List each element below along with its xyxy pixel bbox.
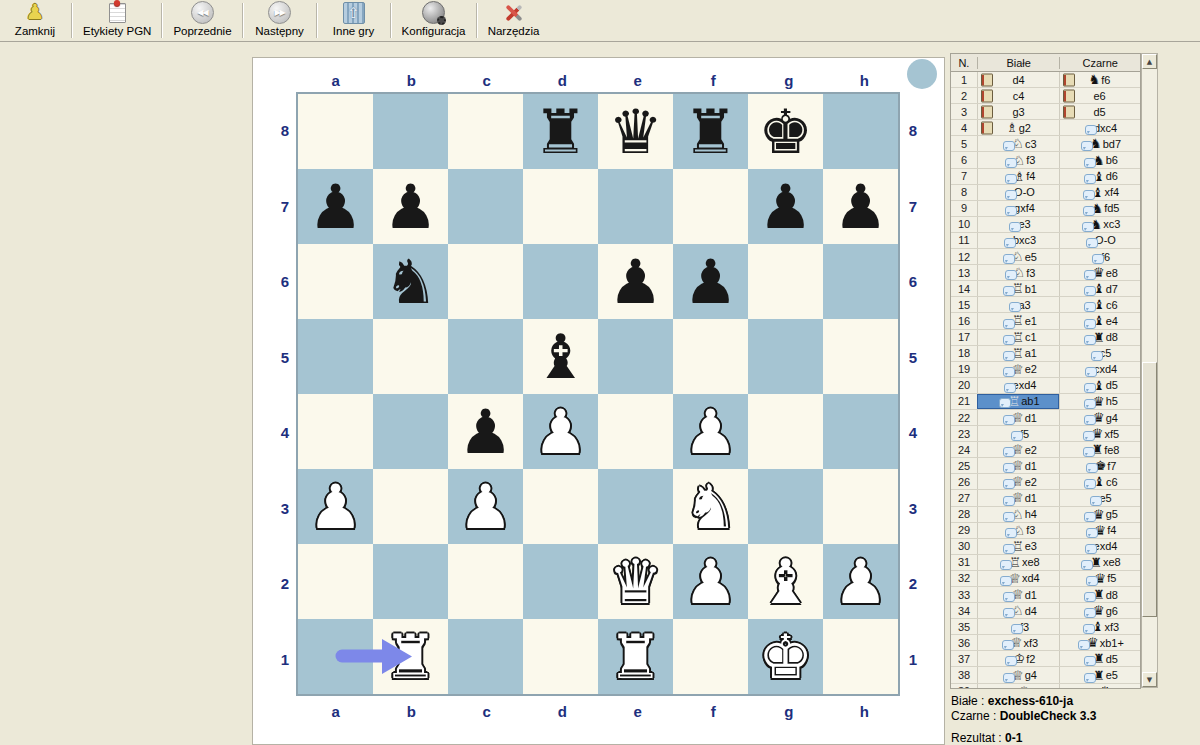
black-move-cell-3[interactable]: d5 xyxy=(1059,104,1139,119)
black-move-cell-25[interactable]: ♚f7 xyxy=(1059,458,1139,473)
next-button[interactable]: ▶▶ Następny xyxy=(245,0,315,41)
comment-bubble-icon[interactable] xyxy=(1084,415,1096,425)
white-move-cell-35[interactable]: f3 xyxy=(977,619,1059,634)
comment-bubble-icon[interactable] xyxy=(1003,415,1015,425)
square-h4[interactable] xyxy=(823,394,898,469)
white-move-cell-12[interactable]: ♘e5 xyxy=(977,249,1059,264)
move-text: g3 xyxy=(1012,106,1024,118)
square-g8[interactable]: ♚ xyxy=(748,94,823,169)
opening-book-icon[interactable] xyxy=(981,89,993,102)
opening-book-icon[interactable] xyxy=(981,73,993,86)
move-number: 16 xyxy=(951,313,977,328)
comment-bubble-icon[interactable] xyxy=(1084,399,1096,409)
comment-bubble-icon[interactable] xyxy=(1086,463,1098,473)
white-move-cell-14[interactable]: ♖b1 xyxy=(977,281,1059,296)
black-move-cell-10[interactable]: ♞xc3 xyxy=(1059,217,1139,232)
comment-bubble-icon[interactable] xyxy=(1083,190,1095,200)
piece-black-pawn: ♟ xyxy=(683,244,738,319)
comment-bubble-icon[interactable] xyxy=(1003,512,1015,522)
comment-bubble-icon[interactable] xyxy=(1003,673,1015,683)
square-b8[interactable] xyxy=(373,94,448,169)
square-h1[interactable] xyxy=(823,619,898,694)
comment-bubble-icon[interactable] xyxy=(1005,206,1017,216)
toolbar: ♟ Zamknij Etykiety PGN ◀◀ Poprzednie ▶▶ … xyxy=(0,0,1200,42)
black-move-cell-24[interactable]: ♜fe8 xyxy=(1059,442,1139,457)
black-move-cell-8[interactable]: ♝xf4 xyxy=(1059,185,1139,200)
move-text: g6 xyxy=(1106,605,1118,617)
black-move-cell-36[interactable]: ♛xb1+ xyxy=(1059,635,1139,650)
move-number: 35 xyxy=(951,619,977,634)
white-move-cell-39[interactable]: ♕ xyxy=(977,684,1059,689)
comment-bubble-icon[interactable] xyxy=(1090,496,1102,506)
square-e7[interactable] xyxy=(598,169,673,244)
comment-bubble-icon[interactable] xyxy=(1003,335,1015,345)
white-move-cell-17[interactable]: ♖c1 xyxy=(977,330,1059,345)
white-move-cell-34[interactable]: ♘d4 xyxy=(977,603,1059,618)
comment-bubble-icon[interactable] xyxy=(1003,351,1015,361)
square-f3[interactable]: ♞ xyxy=(673,469,748,544)
white-move-cell-20[interactable]: exd4 xyxy=(977,378,1059,393)
square-f6[interactable]: ♟ xyxy=(673,244,748,319)
coord-label-g: g xyxy=(751,72,827,90)
black-move-cell-38[interactable]: ♜e5 xyxy=(1059,667,1139,682)
square-c5[interactable] xyxy=(448,319,523,394)
piece-white-pawn: ♟ xyxy=(308,469,363,544)
comment-bubble-icon[interactable] xyxy=(1085,544,1097,554)
comment-bubble-icon[interactable] xyxy=(1004,383,1016,393)
square-d4[interactable]: ♟ xyxy=(523,394,598,469)
comment-bubble-icon[interactable] xyxy=(1085,125,1097,135)
piece-black-queen: ♛ xyxy=(608,94,663,169)
opening-book-icon[interactable] xyxy=(981,121,993,134)
comment-bubble-icon[interactable] xyxy=(1004,238,1016,248)
comment-bubble-icon[interactable] xyxy=(1005,528,1017,538)
comment-bubble-icon[interactable] xyxy=(1009,222,1021,232)
white-move-cell-37[interactable]: ♔f2 xyxy=(977,651,1059,666)
square-g6[interactable] xyxy=(748,244,823,319)
comment-bubble-icon[interactable] xyxy=(1002,640,1014,650)
coord-label-5: 5 xyxy=(905,320,921,396)
white-move-cell-29[interactable]: ♘f3 xyxy=(977,523,1059,538)
move-list: N. Białe Czarne 1d4♞f62c4e63g3d54♗g2dxc4… xyxy=(950,53,1141,689)
black-move-cell-37[interactable]: ♜d5 xyxy=(1059,651,1139,666)
coord-label-1: 1 xyxy=(905,622,921,698)
close-button-label: Zamknij xyxy=(15,25,55,37)
move-list-scrollbar[interactable]: ▲ ▼ xyxy=(1141,53,1158,688)
configuration-button[interactable]: Konfiguracja xyxy=(393,0,475,41)
comment-bubble-icon[interactable] xyxy=(1084,383,1096,393)
square-h5[interactable] xyxy=(823,319,898,394)
square-c4[interactable]: ♟ xyxy=(448,394,523,469)
square-g4[interactable] xyxy=(748,394,823,469)
square-g2[interactable]: ♝ xyxy=(748,544,823,619)
white-move-cell-5[interactable]: ♘c3 xyxy=(977,136,1059,151)
piece-white-pawn: ♟ xyxy=(458,469,513,544)
black-move-cell-12[interactable]: f6 xyxy=(1059,249,1139,264)
square-h3[interactable] xyxy=(823,469,898,544)
black-move-cell-39[interactable]: ♛ xyxy=(1059,684,1139,689)
move-number: 1 xyxy=(951,72,977,87)
close-pawn-icon: ♟ xyxy=(22,1,48,24)
square-d3[interactable] xyxy=(523,469,598,544)
previous-button[interactable]: ◀◀ Poprzednie xyxy=(164,0,240,41)
move-row-4: 4♗g2dxc4 xyxy=(951,120,1140,136)
square-e2[interactable]: ♛ xyxy=(598,544,673,619)
comment-bubble-icon[interactable] xyxy=(1078,640,1090,650)
square-b4[interactable] xyxy=(373,394,448,469)
comment-bubble-icon[interactable] xyxy=(1083,447,1095,457)
black-player-line: Czarne : DoubleCheck 3.3 xyxy=(951,709,1096,724)
square-c2[interactable] xyxy=(448,544,523,619)
square-b2[interactable] xyxy=(373,544,448,619)
square-d8[interactable]: ♜ xyxy=(523,94,598,169)
white-move-cell-28[interactable]: ♘h4 xyxy=(977,507,1059,522)
white-move-cell-15[interactable]: a3 xyxy=(977,297,1059,312)
comment-bubble-icon[interactable] xyxy=(1091,351,1103,361)
white-move-cell-25[interactable]: ♕d1 xyxy=(977,458,1059,473)
white-player-name: exchess-610-ja xyxy=(988,694,1073,708)
white-move-cell-16[interactable]: ♖e1 xyxy=(977,313,1059,328)
square-f8[interactable]: ♜ xyxy=(673,94,748,169)
square-f1[interactable] xyxy=(673,619,748,694)
move-row-38: 38♕g4♜e5 xyxy=(951,667,1140,683)
square-a3[interactable]: ♟ xyxy=(298,469,373,544)
comment-bubble-icon[interactable] xyxy=(1011,624,1023,634)
square-d1[interactable] xyxy=(523,619,598,694)
comment-bubble-icon[interactable] xyxy=(1086,528,1098,538)
square-h6[interactable] xyxy=(823,244,898,319)
move-row-2: 2c4e6 xyxy=(951,88,1140,104)
move-row-32: 32♕xd4♛f5 xyxy=(951,571,1140,587)
square-a5[interactable] xyxy=(298,319,373,394)
square-b5[interactable] xyxy=(373,319,448,394)
comment-bubble-icon[interactable] xyxy=(1081,141,1093,151)
comment-bubble-icon[interactable] xyxy=(1003,479,1015,489)
comment-bubble-icon[interactable] xyxy=(1084,512,1096,522)
square-c8[interactable] xyxy=(448,94,523,169)
coord-label-7: 7 xyxy=(905,169,921,245)
black-move-cell-20[interactable]: ♝d5 xyxy=(1059,378,1139,393)
square-f4[interactable]: ♟ xyxy=(673,394,748,469)
move-number: 20 xyxy=(951,378,977,393)
comment-bubble-icon[interactable] xyxy=(1005,158,1017,168)
comment-bubble-icon[interactable] xyxy=(1084,335,1096,345)
comment-bubble-icon[interactable] xyxy=(1084,656,1096,666)
comment-bubble-icon[interactable] xyxy=(999,398,1011,408)
comment-bubble-icon[interactable] xyxy=(1084,479,1096,489)
black-move-cell-9[interactable]: ♞fd5 xyxy=(1059,201,1139,216)
square-b7[interactable]: ♟ xyxy=(373,169,448,244)
comment-bubble-icon[interactable] xyxy=(1003,141,1015,151)
opening-book-icon[interactable] xyxy=(981,105,993,118)
coord-label-4: 4 xyxy=(905,395,921,471)
coord-label-2: 2 xyxy=(277,546,293,622)
comment-bubble-icon[interactable] xyxy=(1086,576,1098,586)
comment-bubble-icon[interactable] xyxy=(1003,463,1015,473)
white-move-cell-7[interactable]: ♗f4 xyxy=(977,169,1059,184)
piece-black-pawn: ♟ xyxy=(833,169,888,244)
comment-bubble-icon[interactable] xyxy=(1083,206,1095,216)
move-text: dxc4 xyxy=(1094,122,1117,134)
comment-bubble-icon[interactable] xyxy=(1003,367,1015,377)
black-move-cell-28[interactable]: ♛g5 xyxy=(1059,507,1139,522)
move-text: f3 xyxy=(1026,524,1035,536)
square-b3[interactable] xyxy=(373,469,448,544)
square-a8[interactable] xyxy=(298,94,373,169)
comment-bubble-icon[interactable] xyxy=(1005,270,1017,280)
black-move-cell-26[interactable]: ♝c6 xyxy=(1059,474,1139,489)
black-move-cell-15[interactable]: ♝c6 xyxy=(1059,297,1139,312)
comment-bubble-icon[interactable] xyxy=(1085,367,1097,377)
black-move-cell-7[interactable]: ♝d6 xyxy=(1059,169,1139,184)
square-b1[interactable]: ♜ xyxy=(373,619,448,694)
tools-button-label: Narzędzia xyxy=(488,25,540,37)
comment-bubble-icon[interactable] xyxy=(1084,592,1096,602)
scrollbar-thumb[interactable] xyxy=(1142,362,1157,617)
comment-bubble-icon[interactable] xyxy=(1003,592,1015,602)
piece-white-bishop: ♝ xyxy=(758,544,813,619)
white-move-cell-21[interactable]: ♖ab1 xyxy=(977,394,1059,409)
square-a2[interactable] xyxy=(298,544,373,619)
white-move-cell-27[interactable]: ♕d1 xyxy=(977,490,1059,505)
coord-label-c: c xyxy=(449,72,525,90)
white-move-cell-10[interactable]: e3 xyxy=(977,217,1059,232)
comment-bubble-icon[interactable] xyxy=(1005,190,1017,200)
black-move-cell-6[interactable]: ♞b6 xyxy=(1059,152,1139,167)
square-h2[interactable]: ♟ xyxy=(823,544,898,619)
white-move-cell-30[interactable]: ♖e3 xyxy=(977,539,1059,554)
comment-bubble-icon[interactable] xyxy=(1003,447,1015,457)
piece-black-rook: ♜ xyxy=(683,94,738,169)
comment-bubble-icon[interactable] xyxy=(1086,238,1098,248)
white-move-cell-23[interactable]: f5 xyxy=(977,426,1059,441)
square-d5[interactable]: ♝ xyxy=(523,319,598,394)
move-text: O-O xyxy=(1095,234,1116,246)
white-move-cell-1[interactable]: d4 xyxy=(977,72,1059,87)
move-row-24: 24♕e2♜fe8 xyxy=(951,442,1140,458)
pgn-tags-button[interactable]: Etykiety PGN xyxy=(74,0,160,41)
piece-black-pawn: ♟ xyxy=(758,169,813,244)
black-move-cell-23[interactable]: ♛xf5 xyxy=(1059,426,1139,441)
black-move-cell-30[interactable]: exd4 xyxy=(1059,539,1139,554)
square-a1[interactable] xyxy=(298,619,373,694)
square-c3[interactable]: ♟ xyxy=(448,469,523,544)
comment-bubble-icon[interactable] xyxy=(1084,319,1096,329)
black-move-cell-33[interactable]: ♜d8 xyxy=(1059,587,1139,602)
comment-bubble-icon[interactable] xyxy=(1082,222,1094,232)
move-text: f5 xyxy=(1107,572,1116,584)
piece-black-rook: ♜ xyxy=(533,94,588,169)
move-number: 34 xyxy=(951,603,977,618)
comment-bubble-icon[interactable] xyxy=(1084,286,1096,296)
square-g5[interactable] xyxy=(748,319,823,394)
comment-bubble-icon[interactable] xyxy=(1092,254,1104,264)
black-move-cell-16[interactable]: ♝e4 xyxy=(1059,313,1139,328)
black-move-cell-32[interactable]: ♛f5 xyxy=(1059,571,1139,586)
white-move-cell-22[interactable]: ♕d1 xyxy=(977,410,1059,425)
white-move-cell-2[interactable]: c4 xyxy=(977,88,1059,103)
move-text: h4 xyxy=(1025,508,1037,520)
square-a7[interactable]: ♟ xyxy=(298,169,373,244)
scroll-down-button[interactable]: ▼ xyxy=(1142,672,1157,687)
white-player-label: Białe : xyxy=(951,694,984,708)
square-d2[interactable] xyxy=(523,544,598,619)
move-row-30: 30♖e3exd4 xyxy=(951,539,1140,555)
square-e3[interactable] xyxy=(598,469,673,544)
coord-label-3: 3 xyxy=(905,471,921,547)
comment-bubble-icon[interactable] xyxy=(1083,431,1095,441)
square-a4[interactable] xyxy=(298,394,373,469)
white-move-cell-8[interactable]: O-O xyxy=(977,185,1059,200)
comment-bubble-icon[interactable] xyxy=(1084,673,1096,683)
comment-bubble-icon[interactable] xyxy=(1003,544,1015,554)
comment-bubble-icon[interactable] xyxy=(1000,560,1012,570)
comment-bubble-icon[interactable] xyxy=(1084,158,1096,168)
comment-bubble-icon[interactable] xyxy=(1003,254,1015,264)
comment-bubble-icon[interactable] xyxy=(1084,608,1096,618)
black-move-cell-5[interactable]: ♞bd7 xyxy=(1059,136,1139,151)
move-number: 18 xyxy=(951,346,977,361)
comment-bubble-icon[interactable] xyxy=(1084,174,1096,184)
square-c6[interactable] xyxy=(448,244,523,319)
black-move-cell-35[interactable]: ♝xf3 xyxy=(1059,619,1139,634)
coord-label-3: 3 xyxy=(277,471,293,547)
comment-bubble-icon[interactable] xyxy=(1000,576,1012,586)
white-move-cell-38[interactable]: ♕g4 xyxy=(977,667,1059,682)
square-b6[interactable]: ♞ xyxy=(373,244,448,319)
comment-bubble-icon[interactable] xyxy=(1003,286,1015,296)
move-text: xe8 xyxy=(1022,556,1040,568)
white-move-cell-3[interactable]: g3 xyxy=(977,104,1059,119)
move-number: 4 xyxy=(951,120,977,135)
square-f2[interactable]: ♟ xyxy=(673,544,748,619)
move-number: 7 xyxy=(951,169,977,184)
comment-bubble-icon[interactable] xyxy=(1003,496,1015,506)
move-text: d8 xyxy=(1106,589,1118,601)
file-labels-top: abcdefgh xyxy=(298,72,902,90)
opening-book-icon[interactable] xyxy=(1063,73,1075,86)
scroll-up-button[interactable]: ▲ xyxy=(1142,54,1157,69)
comment-bubble-icon[interactable] xyxy=(1011,431,1023,441)
white-move-cell-19[interactable]: ♕e2 xyxy=(977,362,1059,377)
white-move-cell-32[interactable]: ♕xd4 xyxy=(977,571,1059,586)
square-e8[interactable]: ♛ xyxy=(598,94,673,169)
move-text: f3 xyxy=(1026,154,1035,166)
comment-bubble-icon[interactable] xyxy=(1003,319,1015,329)
black-move-cell-19[interactable]: cxd4 xyxy=(1059,362,1139,377)
comment-bubble-icon[interactable] xyxy=(1084,270,1096,280)
white-move-cell-13[interactable]: ♘f3 xyxy=(977,265,1059,280)
white-move-cell-4[interactable]: ♗g2 xyxy=(977,120,1059,135)
comment-bubble-icon[interactable] xyxy=(1081,560,1093,570)
black-move-cell-18[interactable]: c5 xyxy=(1059,346,1139,361)
black-move-cell-22[interactable]: ♛g4 xyxy=(1059,410,1139,425)
piece-white-pawn: ♟ xyxy=(833,544,888,619)
square-g3[interactable] xyxy=(748,469,823,544)
white-move-cell-36[interactable]: ♕xf3 xyxy=(977,635,1059,650)
move-text: xf5 xyxy=(1104,428,1119,440)
square-e4[interactable] xyxy=(598,394,673,469)
move-row-9: 9gxf4♞fd5 xyxy=(951,201,1140,217)
square-h8[interactable] xyxy=(823,94,898,169)
comment-bubble-icon[interactable] xyxy=(1084,302,1096,312)
square-g7[interactable]: ♟ xyxy=(748,169,823,244)
square-h7[interactable]: ♟ xyxy=(823,169,898,244)
white-move-cell-33[interactable]: ♕d1 xyxy=(977,587,1059,602)
move-number: 37 xyxy=(951,651,977,666)
move-text: xf3 xyxy=(1104,621,1119,633)
comment-bubble-icon[interactable] xyxy=(1083,624,1095,634)
white-move-cell-31[interactable]: ♖xe8 xyxy=(977,555,1059,570)
white-move-cell-18[interactable]: ♖a1 xyxy=(977,346,1059,361)
move-number: 36 xyxy=(951,635,977,650)
white-move-cell-11[interactable]: bxc3 xyxy=(977,233,1059,248)
comment-bubble-icon[interactable] xyxy=(1003,608,1015,618)
square-c7[interactable] xyxy=(448,169,523,244)
black-move-cell-2[interactable]: e6 xyxy=(1059,88,1139,103)
turn-indicator xyxy=(907,59,937,89)
black-move-cell-34[interactable]: ♛g6 xyxy=(1059,603,1139,618)
move-text: f2 xyxy=(1026,653,1035,665)
other-games-button[interactable]: ⇧ Inne gry xyxy=(319,0,389,41)
white-move-cell-9[interactable]: gxf4 xyxy=(977,201,1059,216)
close-button[interactable]: ♟ Zamknij xyxy=(0,0,70,41)
square-g1[interactable]: ♚ xyxy=(748,619,823,694)
square-a6[interactable] xyxy=(298,244,373,319)
white-move-cell-26[interactable]: ♕e2 xyxy=(977,474,1059,489)
comment-bubble-icon[interactable] xyxy=(1005,656,1017,666)
black-move-cell-27[interactable]: e5 xyxy=(1059,490,1139,505)
opening-book-icon[interactable] xyxy=(1063,89,1075,102)
move-row-23: 23f5♛xf5 xyxy=(951,426,1140,442)
square-e6[interactable]: ♟ xyxy=(598,244,673,319)
comment-bubble-icon[interactable] xyxy=(1005,174,1017,184)
move-number: 15 xyxy=(951,297,977,312)
black-move-cell-17[interactable]: ♜d8 xyxy=(1059,330,1139,345)
configuration-button-label: Konfiguracja xyxy=(402,25,466,37)
move-text: c3 xyxy=(1025,138,1037,150)
tools-button[interactable]: Narzędzia xyxy=(479,0,549,41)
square-e1[interactable]: ♜ xyxy=(598,619,673,694)
square-f7[interactable] xyxy=(673,169,748,244)
move-row-5: 5♘c3♞bd7 xyxy=(951,136,1140,152)
black-move-cell-13[interactable]: ♛e8 xyxy=(1059,265,1139,280)
opening-book-icon[interactable] xyxy=(1063,105,1075,118)
square-d7[interactable] xyxy=(523,169,598,244)
square-e5[interactable] xyxy=(598,319,673,394)
black-move-cell-31[interactable]: ♜xe8 xyxy=(1059,555,1139,570)
square-d6[interactable] xyxy=(523,244,598,319)
black-move-cell-29[interactable]: ♛f4 xyxy=(1059,523,1139,538)
white-move-cell-24[interactable]: ♕e2 xyxy=(977,442,1059,457)
coord-label-5: 5 xyxy=(277,320,293,396)
white-move-cell-6[interactable]: ♘f3 xyxy=(977,152,1059,167)
square-f5[interactable] xyxy=(673,319,748,394)
black-move-cell-4[interactable]: dxc4 xyxy=(1059,120,1139,135)
move-text: d5 xyxy=(1106,653,1118,665)
black-move-cell-21[interactable]: ♛h5 xyxy=(1059,394,1139,409)
move-text: f3 xyxy=(1026,267,1035,279)
black-move-cell-1[interactable]: ♞f6 xyxy=(1059,72,1139,87)
black-move-cell-14[interactable]: ♝d7 xyxy=(1059,281,1139,296)
coord-label-d: d xyxy=(525,703,601,721)
move-text: f6 xyxy=(1101,74,1110,86)
square-c1[interactable] xyxy=(448,619,523,694)
black-move-cell-11[interactable]: O-O xyxy=(1059,233,1139,248)
comment-bubble-icon[interactable] xyxy=(1009,302,1021,312)
coord-label-a: a xyxy=(298,72,374,90)
move-row-13: 13♘f3♛e8 xyxy=(951,265,1140,281)
